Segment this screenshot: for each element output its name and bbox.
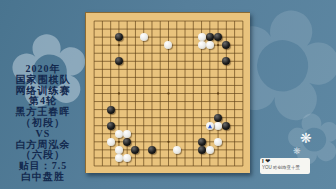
stone-white-P16 [206,41,214,49]
stone-black-D17 [115,33,123,41]
info-vs: VS [0,129,86,140]
stone-black-R16 [222,41,230,49]
watermark-line2: YOU 哈创路亚十景 [262,165,303,170]
stone-black-O3 [198,146,206,154]
stone-white-D2 [115,154,123,162]
stone-white-P6 [206,122,214,130]
stone-white-D5 [115,130,123,138]
info-event-1: 国家围棋队 [0,75,86,86]
goban-grid-area[interactable] [90,17,247,170]
stone-white-O16 [198,41,206,49]
stone-white-E5 [123,130,131,138]
stone-white-K16 [164,41,172,49]
stone-white-G17 [140,33,148,41]
sparkle-flower-icon-small: ❋ [293,147,301,156]
stone-black-Q17 [214,33,222,41]
stone-black-Q7 [214,114,222,122]
stone-white-Q4 [214,138,222,146]
goban-intersections[interactable] [90,17,247,170]
last-move-marker-icon [208,124,212,128]
stone-black-F3 [131,146,139,154]
stone-black-O4 [198,138,206,146]
stone-white-P3 [206,146,214,154]
game-info-panel: 2020年 国家围棋队 网络训练赛 第4轮 黑方王春晖 （初段） VS 白方周泓… [0,64,86,183]
watermark-badge: I ❤ YOU 哈创路亚十景 [260,158,310,174]
stone-black-C6 [107,122,115,130]
stone-black-C8 [107,106,115,114]
stone-white-E2 [123,154,131,162]
stone-black-E4 [123,138,131,146]
stone-black-P17 [206,33,214,41]
stone-white-D3 [115,146,123,154]
stone-white-C4 [107,138,115,146]
stone-black-R14 [222,57,230,65]
stone-black-D14 [115,57,123,65]
stone-black-R6 [222,122,230,130]
stone-white-Q6 [214,122,222,130]
go-board[interactable] [85,12,250,173]
stone-white-L3 [173,146,181,154]
sparkle-flower-icon: ❋ [300,132,312,146]
stone-white-O17 [198,33,206,41]
broadcast-frame: ✿ ✿ ✿ ❋ ❋ 2020年 国家围棋队 网络训练赛 第4轮 黑方王春晖 （初… [0,0,336,189]
info-result: 白中盘胜 [0,172,86,183]
stone-black-H3 [148,146,156,154]
